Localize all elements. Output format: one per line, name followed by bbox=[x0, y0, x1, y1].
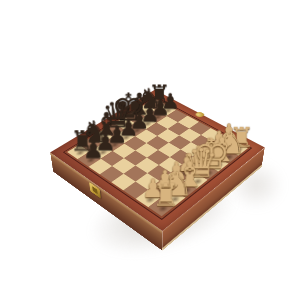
square-d5 bbox=[135, 143, 158, 158]
chess-set-photo: ♜♞♝♛♚♝♞♜♟♟♟♟♟♟♟♟♟♟♟♟♟♟♟♟♜♞♝♛♚♝♞♜ bbox=[0, 0, 292, 292]
square-a1: ♜ bbox=[148, 198, 173, 216]
board-playfield: ♜♞♝♛♚♝♞♜♟♟♟♟♟♟♟♟♟♟♟♟♟♟♟♟♜♞♝♛♚♝♞♜ bbox=[63, 96, 252, 220]
piece-white-rook: ♜ bbox=[144, 180, 189, 210]
piece-black-pawn: ♟ bbox=[73, 138, 114, 162]
folding-chess-box: ♜♞♝♛♚♝♞♜♟♟♟♟♟♟♟♟♟♟♟♟♟♟♟♟♜♞♝♛♚♝♞♜ bbox=[50, 90, 265, 231]
chess-set-scene: ♜♞♝♛♚♝♞♜♟♟♟♟♟♟♟♟♟♟♟♟♟♟♟♟♜♞♝♛♚♝♞♜ bbox=[82, 74, 234, 226]
board-top-face: ♜♞♝♛♚♝♞♜♟♟♟♟♟♟♟♟♟♟♟♟♟♟♟♟♜♞♝♛♚♝♞♜ bbox=[50, 90, 265, 231]
